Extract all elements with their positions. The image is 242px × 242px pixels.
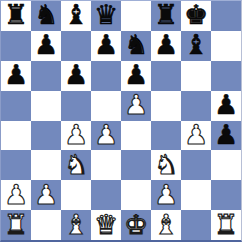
square-a2[interactable]: ♟ — [1, 180, 31, 210]
white-rook[interactable]: ♜ — [214, 211, 238, 238]
square-f3[interactable]: ♞ — [151, 150, 181, 180]
square-c4[interactable]: ♟ — [61, 121, 91, 151]
square-g7[interactable]: ♝ — [181, 31, 211, 61]
white-knight[interactable]: ♞ — [64, 151, 88, 178]
square-e8[interactable] — [121, 1, 151, 31]
square-b8[interactable]: ♞ — [31, 1, 61, 31]
black-queen[interactable]: ♛ — [94, 1, 118, 28]
square-h6[interactable] — [211, 61, 241, 91]
square-h8[interactable] — [211, 1, 241, 31]
square-a3[interactable] — [1, 150, 31, 180]
square-h1[interactable]: ♜ — [211, 210, 241, 240]
black-pawn[interactable]: ♟ — [214, 91, 238, 118]
square-b4[interactable] — [31, 121, 61, 151]
square-g4[interactable]: ♟ — [181, 121, 211, 151]
square-f8[interactable]: ♜ — [151, 1, 181, 31]
black-rook[interactable]: ♜ — [4, 1, 28, 28]
square-g8[interactable]: ♚ — [181, 1, 211, 31]
square-g3[interactable] — [181, 150, 211, 180]
white-pawn[interactable]: ♟ — [64, 121, 88, 148]
square-b2[interactable]: ♟ — [31, 180, 61, 210]
square-a6[interactable]: ♟ — [1, 61, 31, 91]
square-h2[interactable] — [211, 180, 241, 210]
square-b7[interactable]: ♟ — [31, 31, 61, 61]
square-a5[interactable] — [1, 91, 31, 121]
black-bishop[interactable]: ♝ — [184, 31, 208, 58]
black-pawn[interactable]: ♟ — [94, 31, 118, 58]
black-pawn[interactable]: ♟ — [214, 121, 238, 148]
white-bishop[interactable]: ♝ — [154, 211, 178, 238]
square-c1[interactable]: ♝ — [61, 210, 91, 240]
square-c7[interactable] — [61, 31, 91, 61]
black-king[interactable]: ♚ — [184, 1, 208, 28]
square-g5[interactable] — [181, 91, 211, 121]
white-pawn[interactable]: ♟ — [94, 121, 118, 148]
square-h7[interactable] — [211, 31, 241, 61]
square-b3[interactable] — [31, 150, 61, 180]
black-knight[interactable]: ♞ — [34, 1, 58, 28]
square-d8[interactable]: ♛ — [91, 1, 121, 31]
square-g2[interactable] — [181, 180, 211, 210]
square-c5[interactable] — [61, 91, 91, 121]
chess-board: ♜♞♝♛♜♚♟♟♞♟♝♟♟♟♟♟♟♟♟♟♞♞♟♟♟♜♝♛♚♝♜ — [0, 0, 242, 242]
black-pawn[interactable]: ♟ — [124, 61, 148, 88]
square-h4[interactable]: ♟ — [211, 121, 241, 151]
white-bishop[interactable]: ♝ — [64, 211, 88, 238]
white-queen[interactable]: ♛ — [94, 211, 118, 238]
square-a7[interactable] — [1, 31, 31, 61]
square-f7[interactable]: ♟ — [151, 31, 181, 61]
square-d2[interactable] — [91, 180, 121, 210]
square-d6[interactable] — [91, 61, 121, 91]
square-c3[interactable]: ♞ — [61, 150, 91, 180]
square-a8[interactable]: ♜ — [1, 1, 31, 31]
square-c6[interactable]: ♟ — [61, 61, 91, 91]
square-e3[interactable] — [121, 150, 151, 180]
square-b6[interactable] — [31, 61, 61, 91]
square-f5[interactable] — [151, 91, 181, 121]
square-e7[interactable]: ♞ — [121, 31, 151, 61]
square-b5[interactable] — [31, 91, 61, 121]
white-pawn[interactable]: ♟ — [124, 91, 148, 118]
white-pawn[interactable]: ♟ — [34, 181, 58, 208]
square-c2[interactable] — [61, 180, 91, 210]
square-h3[interactable] — [211, 150, 241, 180]
white-pawn[interactable]: ♟ — [4, 181, 28, 208]
black-bishop[interactable]: ♝ — [64, 1, 88, 28]
black-knight[interactable]: ♞ — [124, 31, 148, 58]
square-f2[interactable]: ♟ — [151, 180, 181, 210]
square-d4[interactable]: ♟ — [91, 121, 121, 151]
square-a4[interactable] — [1, 121, 31, 151]
white-king[interactable]: ♚ — [124, 211, 148, 238]
white-pawn[interactable]: ♟ — [184, 121, 208, 148]
white-pawn[interactable]: ♟ — [154, 181, 178, 208]
square-f6[interactable] — [151, 61, 181, 91]
square-e5[interactable]: ♟ — [121, 91, 151, 121]
black-pawn[interactable]: ♟ — [34, 31, 58, 58]
square-c8[interactable]: ♝ — [61, 1, 91, 31]
square-g6[interactable] — [181, 61, 211, 91]
square-f1[interactable]: ♝ — [151, 210, 181, 240]
square-d1[interactable]: ♛ — [91, 210, 121, 240]
white-knight[interactable]: ♞ — [154, 151, 178, 178]
square-h5[interactable]: ♟ — [211, 91, 241, 121]
square-f4[interactable] — [151, 121, 181, 151]
square-g1[interactable] — [181, 210, 211, 240]
square-e2[interactable] — [121, 180, 151, 210]
square-d5[interactable] — [91, 91, 121, 121]
square-d7[interactable]: ♟ — [91, 31, 121, 61]
square-e1[interactable]: ♚ — [121, 210, 151, 240]
black-rook[interactable]: ♜ — [154, 1, 178, 28]
square-e6[interactable]: ♟ — [121, 61, 151, 91]
square-d3[interactable] — [91, 150, 121, 180]
black-pawn[interactable]: ♟ — [64, 61, 88, 88]
black-pawn[interactable]: ♟ — [154, 31, 178, 58]
black-pawn[interactable]: ♟ — [4, 61, 28, 88]
square-a1[interactable]: ♜ — [1, 210, 31, 240]
square-e4[interactable] — [121, 121, 151, 151]
white-rook[interactable]: ♜ — [4, 211, 28, 238]
square-b1[interactable] — [31, 210, 61, 240]
